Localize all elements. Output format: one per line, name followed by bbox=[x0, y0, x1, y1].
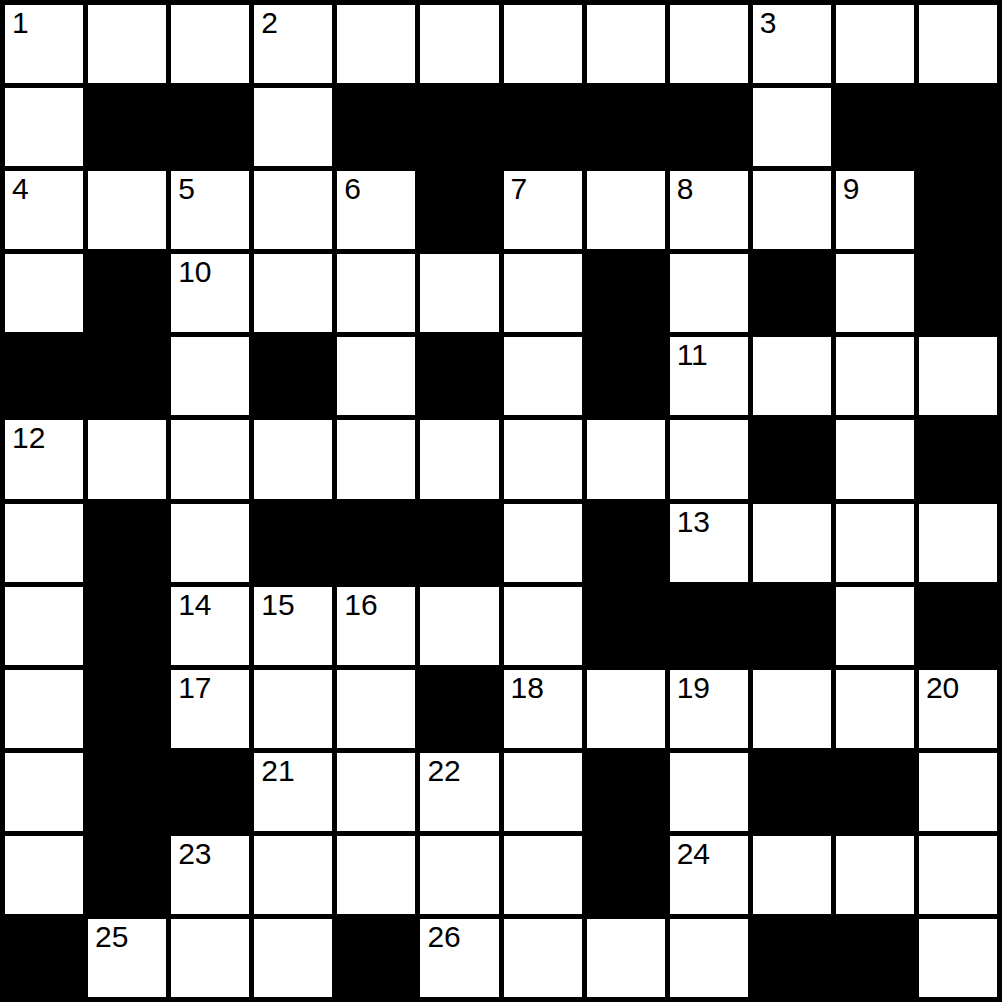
white-cell[interactable]: 9 bbox=[836, 171, 914, 249]
black-cell bbox=[587, 753, 665, 831]
black-cell bbox=[88, 670, 166, 748]
black-cell bbox=[420, 337, 498, 415]
white-cell[interactable] bbox=[753, 670, 831, 748]
clue-number: 19 bbox=[677, 673, 710, 703]
clue-number: 15 bbox=[261, 590, 294, 620]
white-cell[interactable] bbox=[753, 836, 831, 914]
white-cell[interactable] bbox=[753, 337, 831, 415]
black-cell bbox=[504, 88, 582, 166]
clue-number: 18 bbox=[511, 673, 544, 703]
white-cell[interactable] bbox=[420, 836, 498, 914]
white-cell[interactable] bbox=[753, 171, 831, 249]
white-cell[interactable] bbox=[171, 420, 249, 498]
white-cell[interactable] bbox=[836, 420, 914, 498]
white-cell[interactable] bbox=[337, 753, 415, 831]
white-cell[interactable] bbox=[670, 919, 748, 997]
clue-number: 1 bbox=[12, 8, 29, 38]
white-cell[interactable]: 12 bbox=[5, 420, 83, 498]
white-cell[interactable]: 13 bbox=[670, 504, 748, 582]
white-cell[interactable] bbox=[919, 504, 997, 582]
black-cell bbox=[254, 504, 332, 582]
white-cell[interactable] bbox=[420, 420, 498, 498]
white-cell[interactable]: 18 bbox=[504, 670, 582, 748]
white-cell[interactable] bbox=[504, 5, 582, 83]
white-cell[interactable] bbox=[5, 88, 83, 166]
black-cell bbox=[337, 919, 415, 997]
white-cell[interactable] bbox=[5, 587, 83, 665]
black-cell bbox=[420, 171, 498, 249]
white-cell[interactable] bbox=[587, 5, 665, 83]
black-cell bbox=[254, 337, 332, 415]
white-cell[interactable] bbox=[670, 420, 748, 498]
clue-number: 10 bbox=[178, 257, 211, 287]
clue-number: 24 bbox=[677, 839, 710, 869]
black-cell bbox=[171, 88, 249, 166]
white-cell[interactable]: 14 bbox=[171, 587, 249, 665]
black-cell bbox=[587, 504, 665, 582]
black-cell bbox=[753, 254, 831, 332]
white-cell[interactable] bbox=[836, 670, 914, 748]
white-cell[interactable]: 20 bbox=[919, 670, 997, 748]
clue-number: 2 bbox=[261, 8, 278, 38]
white-cell[interactable] bbox=[88, 5, 166, 83]
white-cell[interactable] bbox=[254, 88, 332, 166]
clue-number: 17 bbox=[178, 673, 211, 703]
white-cell[interactable]: 21 bbox=[254, 753, 332, 831]
white-cell[interactable] bbox=[919, 836, 997, 914]
white-cell[interactable] bbox=[587, 171, 665, 249]
clue-number: 25 bbox=[95, 922, 128, 952]
white-cell[interactable]: 6 bbox=[337, 171, 415, 249]
white-cell[interactable] bbox=[919, 919, 997, 997]
white-cell[interactable] bbox=[919, 753, 997, 831]
white-cell[interactable] bbox=[5, 254, 83, 332]
black-cell bbox=[919, 88, 997, 166]
black-cell bbox=[587, 587, 665, 665]
white-cell[interactable] bbox=[171, 337, 249, 415]
white-cell[interactable]: 5 bbox=[171, 171, 249, 249]
white-cell[interactable] bbox=[836, 254, 914, 332]
clue-number: 16 bbox=[344, 590, 377, 620]
white-cell[interactable] bbox=[670, 254, 748, 332]
white-cell[interactable] bbox=[171, 5, 249, 83]
white-cell[interactable] bbox=[919, 337, 997, 415]
black-cell bbox=[88, 836, 166, 914]
white-cell[interactable] bbox=[88, 171, 166, 249]
white-cell[interactable] bbox=[254, 254, 332, 332]
black-cell bbox=[836, 753, 914, 831]
white-cell[interactable]: 24 bbox=[670, 836, 748, 914]
white-cell[interactable] bbox=[5, 670, 83, 748]
black-cell bbox=[919, 254, 997, 332]
white-cell[interactable] bbox=[5, 504, 83, 582]
white-cell[interactable] bbox=[504, 337, 582, 415]
black-cell bbox=[88, 587, 166, 665]
black-cell bbox=[420, 504, 498, 582]
clue-number: 8 bbox=[677, 174, 694, 204]
black-cell bbox=[919, 587, 997, 665]
white-cell[interactable] bbox=[5, 836, 83, 914]
clue-number: 6 bbox=[344, 174, 361, 204]
white-cell[interactable]: 1 bbox=[5, 5, 83, 83]
white-cell[interactable]: 25 bbox=[88, 919, 166, 997]
white-cell[interactable] bbox=[420, 5, 498, 83]
white-cell[interactable]: 26 bbox=[420, 919, 498, 997]
clue-number: 4 bbox=[12, 174, 29, 204]
clue-number: 21 bbox=[261, 756, 294, 786]
white-cell[interactable] bbox=[337, 670, 415, 748]
white-cell[interactable]: 11 bbox=[670, 337, 748, 415]
white-cell[interactable]: 10 bbox=[171, 254, 249, 332]
white-cell[interactable] bbox=[337, 337, 415, 415]
white-cell[interactable]: 16 bbox=[337, 587, 415, 665]
clue-number: 9 bbox=[843, 174, 860, 204]
black-cell bbox=[171, 753, 249, 831]
white-cell[interactable] bbox=[587, 919, 665, 997]
white-cell[interactable] bbox=[836, 836, 914, 914]
white-cell[interactable] bbox=[836, 504, 914, 582]
white-cell[interactable]: 17 bbox=[171, 670, 249, 748]
white-cell[interactable] bbox=[504, 420, 582, 498]
white-cell[interactable]: 22 bbox=[420, 753, 498, 831]
black-cell bbox=[836, 919, 914, 997]
white-cell[interactable] bbox=[88, 420, 166, 498]
white-cell[interactable] bbox=[670, 5, 748, 83]
black-cell bbox=[88, 504, 166, 582]
white-cell[interactable] bbox=[836, 587, 914, 665]
black-cell bbox=[670, 587, 748, 665]
white-cell[interactable]: 3 bbox=[753, 5, 831, 83]
clue-number: 5 bbox=[178, 174, 195, 204]
black-cell bbox=[5, 919, 83, 997]
white-cell[interactable] bbox=[504, 254, 582, 332]
white-cell[interactable] bbox=[504, 504, 582, 582]
clue-number: 22 bbox=[427, 756, 460, 786]
white-cell[interactable] bbox=[5, 753, 83, 831]
clue-number: 13 bbox=[677, 507, 710, 537]
black-cell bbox=[670, 88, 748, 166]
white-cell[interactable] bbox=[171, 919, 249, 997]
black-cell bbox=[753, 587, 831, 665]
black-cell bbox=[420, 88, 498, 166]
black-cell bbox=[587, 88, 665, 166]
black-cell bbox=[836, 88, 914, 166]
white-cell[interactable]: 4 bbox=[5, 171, 83, 249]
white-cell[interactable]: 8 bbox=[670, 171, 748, 249]
white-cell[interactable] bbox=[504, 919, 582, 997]
clue-number: 12 bbox=[12, 423, 45, 453]
white-cell[interactable]: 7 bbox=[504, 171, 582, 249]
black-cell bbox=[753, 753, 831, 831]
white-cell[interactable] bbox=[254, 171, 332, 249]
white-cell[interactable] bbox=[420, 254, 498, 332]
black-cell bbox=[88, 88, 166, 166]
white-cell[interactable]: 19 bbox=[670, 670, 748, 748]
black-cell bbox=[919, 420, 997, 498]
white-cell[interactable] bbox=[504, 587, 582, 665]
clue-number: 23 bbox=[178, 839, 211, 869]
white-cell[interactable] bbox=[836, 337, 914, 415]
white-cell[interactable] bbox=[254, 420, 332, 498]
white-cell[interactable] bbox=[504, 753, 582, 831]
white-cell[interactable] bbox=[670, 753, 748, 831]
white-cell[interactable] bbox=[337, 5, 415, 83]
white-cell[interactable] bbox=[753, 88, 831, 166]
white-cell[interactable] bbox=[420, 587, 498, 665]
black-cell bbox=[337, 88, 415, 166]
white-cell[interactable]: 2 bbox=[254, 5, 332, 83]
white-cell[interactable] bbox=[587, 670, 665, 748]
black-cell bbox=[420, 670, 498, 748]
white-cell[interactable] bbox=[171, 504, 249, 582]
crossword-board: 1234567891011121314151617181920212223242… bbox=[0, 0, 1002, 1002]
black-cell bbox=[753, 420, 831, 498]
white-cell[interactable] bbox=[254, 919, 332, 997]
white-cell[interactable]: 23 bbox=[171, 836, 249, 914]
black-cell bbox=[88, 753, 166, 831]
white-cell[interactable] bbox=[587, 420, 665, 498]
black-cell bbox=[5, 337, 83, 415]
black-cell bbox=[587, 836, 665, 914]
white-cell[interactable] bbox=[337, 836, 415, 914]
white-cell[interactable] bbox=[919, 5, 997, 83]
black-cell bbox=[919, 171, 997, 249]
clue-number: 11 bbox=[677, 340, 708, 370]
clue-number: 14 bbox=[178, 590, 211, 620]
white-cell[interactable] bbox=[337, 254, 415, 332]
black-cell bbox=[88, 337, 166, 415]
white-cell[interactable] bbox=[753, 504, 831, 582]
clue-number: 26 bbox=[427, 922, 460, 952]
black-cell bbox=[337, 504, 415, 582]
white-cell[interactable] bbox=[504, 836, 582, 914]
clue-number: 7 bbox=[511, 174, 528, 204]
white-cell[interactable] bbox=[254, 836, 332, 914]
white-cell[interactable] bbox=[337, 420, 415, 498]
clue-number: 3 bbox=[760, 8, 777, 38]
black-cell bbox=[587, 254, 665, 332]
white-cell[interactable] bbox=[254, 670, 332, 748]
black-cell bbox=[587, 337, 665, 415]
white-cell[interactable] bbox=[836, 5, 914, 83]
black-cell bbox=[753, 919, 831, 997]
clue-number: 20 bbox=[926, 673, 959, 703]
white-cell[interactable]: 15 bbox=[254, 587, 332, 665]
black-cell bbox=[88, 254, 166, 332]
